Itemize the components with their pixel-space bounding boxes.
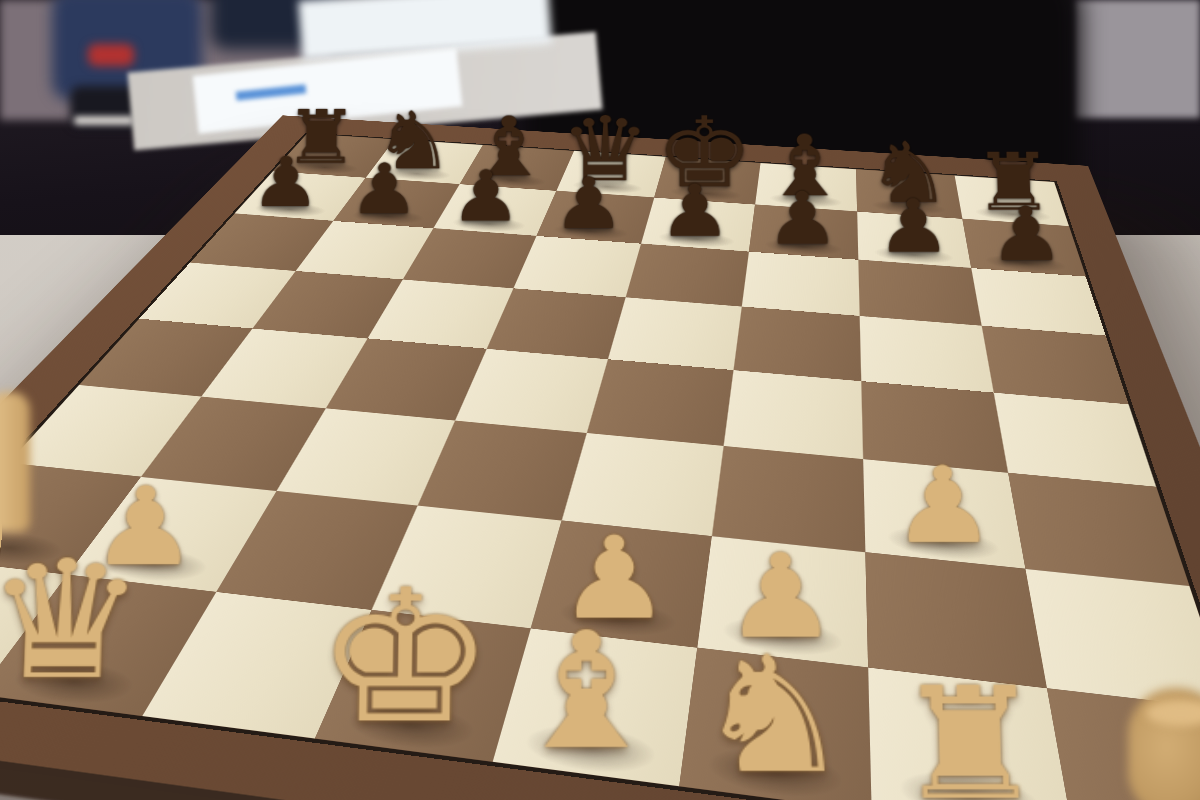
square-f4 bbox=[723, 370, 863, 459]
white-bishop-e1: ♝ bbox=[506, 615, 665, 768]
red-shoe bbox=[88, 44, 134, 66]
white-rook-g1: ♜ bbox=[892, 671, 1047, 800]
square-d6 bbox=[513, 236, 641, 297]
square-c7: ♟ bbox=[433, 184, 556, 236]
square-c4 bbox=[326, 338, 486, 420]
cut-off-piece-left-edge bbox=[0, 392, 30, 532]
square-h6 bbox=[971, 268, 1106, 335]
square-f7: ♟ bbox=[748, 204, 858, 259]
square-d7: ♟ bbox=[536, 190, 654, 243]
square-e5 bbox=[608, 297, 741, 370]
square-e1: ♝ bbox=[492, 628, 696, 786]
square-h5 bbox=[981, 325, 1129, 404]
black-pawn-d7: ♟ bbox=[553, 170, 625, 238]
square-h3 bbox=[1007, 472, 1189, 586]
square-e7: ♟ bbox=[641, 197, 755, 251]
square-e6 bbox=[626, 243, 749, 306]
background-wall bbox=[1075, 0, 1200, 118]
square-g3: ♟ bbox=[863, 459, 1025, 569]
black-pawn-f7: ♟ bbox=[765, 184, 840, 253]
white-knight-f1: ♞ bbox=[694, 639, 854, 792]
square-g6 bbox=[858, 260, 981, 326]
black-pawn-b7: ♟ bbox=[348, 157, 419, 223]
square-h4 bbox=[993, 392, 1156, 486]
square-h7: ♟ bbox=[962, 218, 1086, 276]
square-d3 bbox=[417, 420, 587, 520]
white-king-d1: ♚ bbox=[314, 570, 496, 744]
black-pawn-a7: ♟ bbox=[250, 150, 321, 215]
square-g7: ♟ bbox=[857, 211, 971, 268]
square-e4 bbox=[587, 359, 733, 445]
square-a4 bbox=[79, 318, 252, 395]
chessboard-grid: ♜♞♝♛♚♝♞♜♟♟♟♟♟♟♟♟♟♟♟♟♟♛♚♝♞♜ bbox=[0, 132, 1200, 800]
square-g5 bbox=[859, 315, 992, 392]
black-pawn-g7: ♟ bbox=[875, 192, 951, 262]
square-c6 bbox=[403, 228, 536, 288]
square-f6 bbox=[741, 251, 859, 315]
square-a6 bbox=[190, 213, 333, 270]
square-a5 bbox=[139, 262, 295, 328]
square-f5 bbox=[733, 306, 861, 381]
square-g1: ♜ bbox=[868, 667, 1073, 800]
photo-scene: ♜♞♝♛♚♝♞♜♟♟♟♟♟♟♟♟♟♟♟♟♟♛♚♝♞♜ bbox=[0, 0, 1200, 800]
white-queen-b1: ♛ bbox=[0, 544, 148, 700]
black-pawn-e7: ♟ bbox=[658, 177, 731, 245]
white-pawn-g3: ♟ bbox=[889, 456, 996, 556]
square-d4 bbox=[454, 348, 607, 432]
black-pawn-c7: ♟ bbox=[449, 163, 521, 230]
square-f1: ♞ bbox=[678, 647, 871, 800]
black-pawn-h7: ♟ bbox=[988, 199, 1065, 270]
spectator-shoe-sole bbox=[74, 116, 134, 125]
